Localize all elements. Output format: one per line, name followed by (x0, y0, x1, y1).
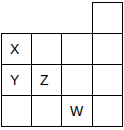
cell-label-z: Z (40, 73, 49, 87)
grid-cell-r3c1 (31, 95, 62, 127)
cell-label-y: Y (10, 73, 19, 87)
grid-cell-r2c3 (92, 64, 123, 96)
grid-cell-r2c2 (61, 64, 93, 96)
grid-cell-r3c0 (1, 95, 32, 127)
polyomino-board: XYZW (1, 2, 123, 127)
grid-cell-r2c1: Z (31, 64, 62, 96)
grid-cell-r2c0: Y (1, 64, 32, 96)
grid-cell-r0c3 (92, 2, 123, 34)
cell-label-w: W (70, 104, 83, 118)
cell-label-x: X (10, 42, 19, 56)
grid-cell-r1c0: X (1, 33, 32, 65)
grid-cell-r1c2 (61, 33, 93, 65)
grid-cell-r1c3 (92, 33, 123, 65)
puzzle-canvas: XYZW (0, 0, 124, 130)
grid-cell-r3c3 (92, 95, 123, 127)
grid-cell-r3c2: W (61, 95, 93, 127)
grid-cell-r1c1 (31, 33, 62, 65)
